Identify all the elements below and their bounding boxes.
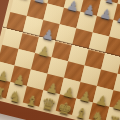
board-frame: ♜♞♝♛♚♝♞♜♟♟♟♟♟♟♟♟♟♟♟♟♟♟♟♟♜♞♝♛♚♝♞♜: [0, 0, 120, 120]
chess-piece-black-P-f7[interactable]: ♟: [99, 6, 113, 21]
chess-piece-black-P-g7[interactable]: ♟: [116, 10, 120, 25]
chess-piece-white-N-g1[interactable]: ♞: [90, 108, 106, 120]
chess-piece-black-P-e7[interactable]: ♟: [83, 2, 97, 17]
chess-piece-white-P-a2[interactable]: ♟: [0, 68, 10, 83]
chess-piece-white-K-e1[interactable]: ♚: [56, 99, 74, 118]
chess-piece-white-P-c4[interactable]: ♟: [37, 43, 51, 58]
chess-board: ♜♞♝♛♚♝♞♜♟♟♟♟♟♟♟♟♟♟♟♟♟♟♟♟♜♞♝♛♚♝♞♜: [0, 0, 120, 120]
chess-piece-black-P-c5[interactable]: ♟: [41, 27, 55, 42]
chess-piece-black-P-d7[interactable]: ♟: [66, 0, 80, 13]
chess-piece-black-N-g8[interactable]: ♞: [119, 0, 120, 10]
chess-piece-white-Q-d1[interactable]: ♛: [40, 95, 58, 114]
chess-piece-white-P-h2[interactable]: ♟: [111, 97, 120, 112]
chess-piece-white-P-g2[interactable]: ♟: [95, 93, 109, 108]
chess-piece-white-R-a1[interactable]: ♜: [0, 84, 6, 99]
chess-piece-white-N-b1[interactable]: ♞: [8, 88, 24, 105]
chess-piece-black-P-a7[interactable]: ♟: [17, 0, 31, 1]
chess-piece-black-P-b7[interactable]: ♟: [33, 0, 47, 5]
chess-piece-white-B-c1[interactable]: ♝: [24, 92, 40, 109]
pieces-layer: ♜♞♝♛♚♝♞♜♟♟♟♟♟♟♟♟♟♟♟♟♟♟♟♟♜♞♝♛♚♝♞♜: [0, 0, 120, 120]
chess-piece-white-P-f2[interactable]: ♟: [78, 88, 92, 103]
chess-piece-white-R-h1[interactable]: ♜: [107, 113, 120, 120]
chess-set-photo: ♜♞♝♛♚♝♞♜♟♟♟♟♟♟♟♟♟♟♟♟♟♟♟♟♜♞♝♛♚♝♞♜: [0, 0, 120, 120]
chess-piece-white-B-f1[interactable]: ♝: [74, 104, 90, 120]
chess-piece-white-P-b2[interactable]: ♟: [12, 72, 26, 87]
